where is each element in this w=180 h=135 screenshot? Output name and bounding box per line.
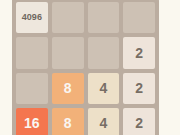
tile-2: 2: [123, 108, 155, 135]
2048-board[interactable]: 4096284216842: [12, 0, 159, 135]
tile-8: 8: [52, 73, 84, 104]
tile-2: 2: [123, 37, 155, 68]
empty-cell: [16, 37, 48, 68]
tile-8: 8: [52, 108, 84, 135]
empty-cell: [123, 2, 155, 33]
tile-4: 4: [88, 108, 120, 135]
empty-cell: [52, 37, 84, 68]
empty-cell: [88, 2, 120, 33]
empty-cell: [16, 73, 48, 104]
empty-cell: [88, 37, 120, 68]
tile-2: 2: [123, 73, 155, 104]
tile-4: 4: [88, 73, 120, 104]
empty-cell: [52, 2, 84, 33]
tile-16: 16: [16, 108, 48, 135]
tile-4096: 4096: [16, 2, 48, 33]
2048-game-screen: 4096284216842: [0, 0, 180, 135]
